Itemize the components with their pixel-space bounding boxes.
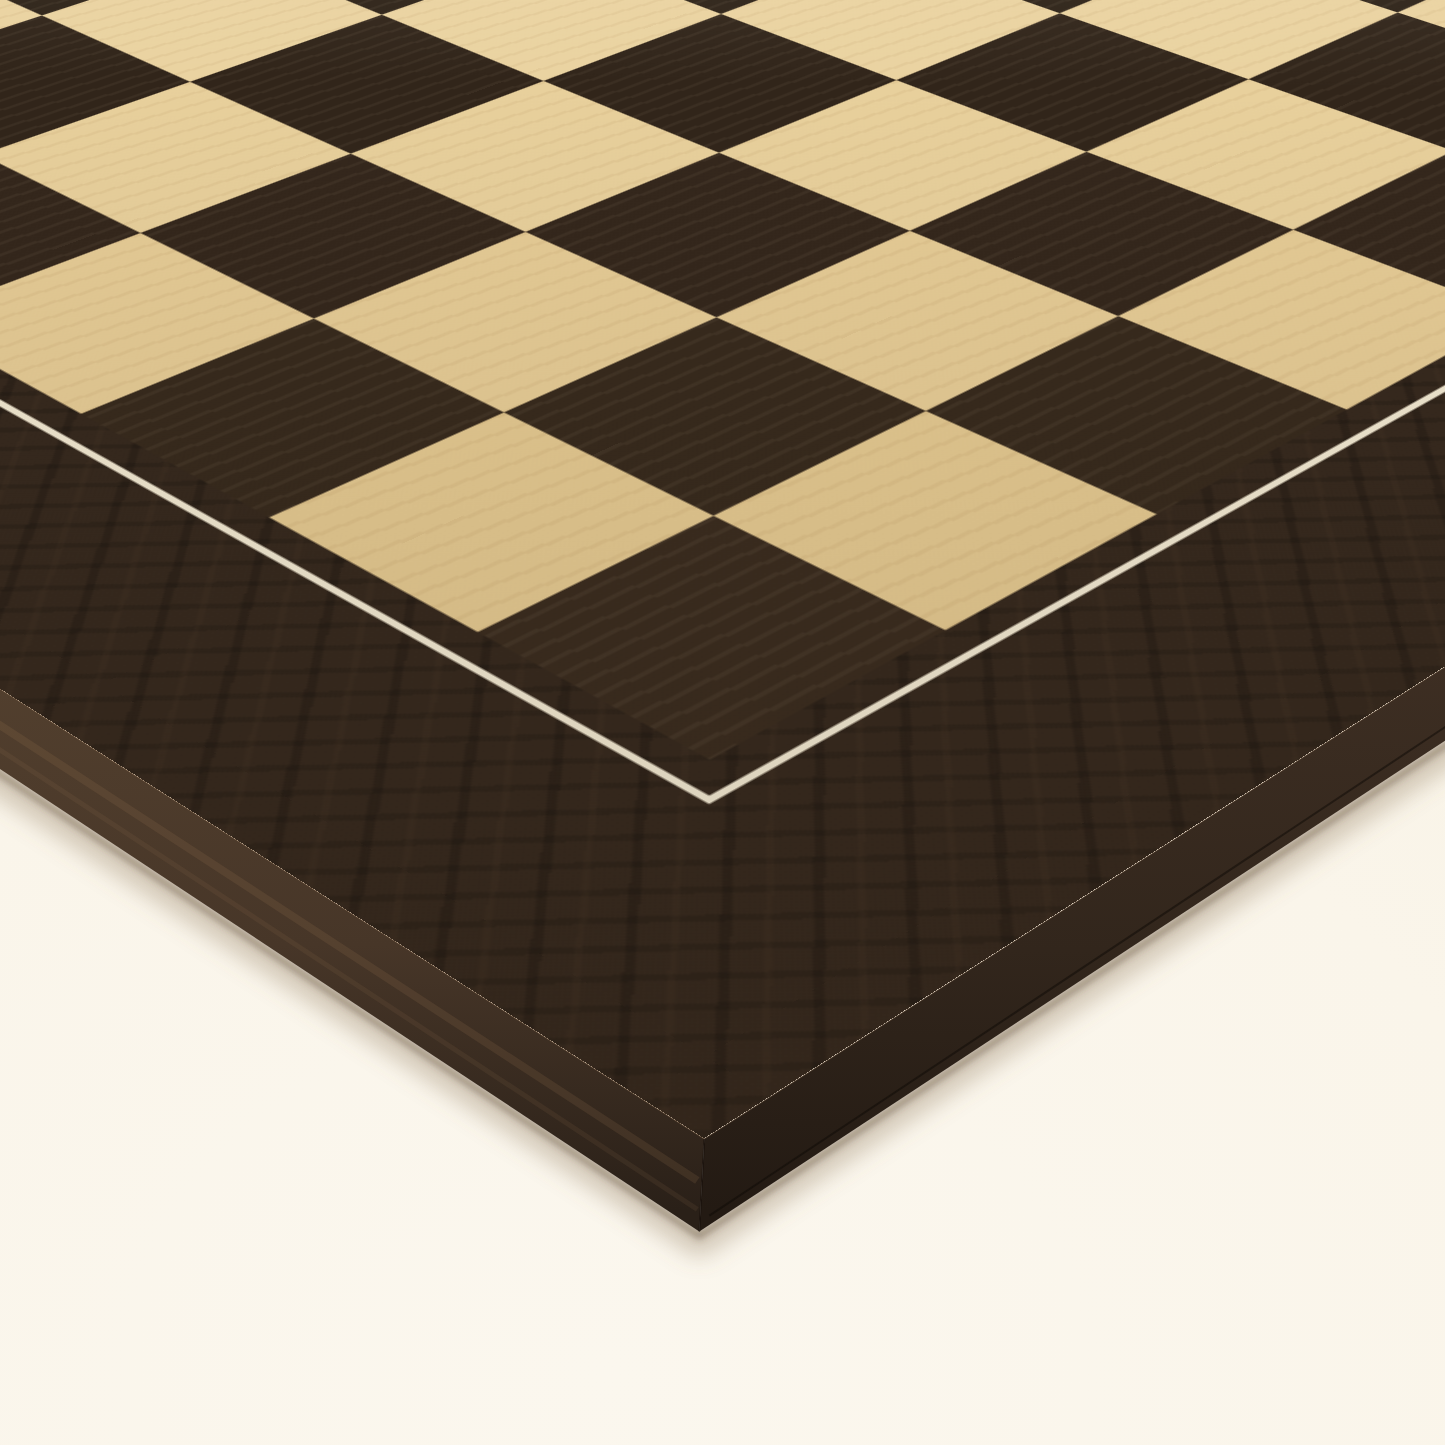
product-photo-scene [0,0,1445,1445]
chessboard-playing-field [0,0,1445,760]
